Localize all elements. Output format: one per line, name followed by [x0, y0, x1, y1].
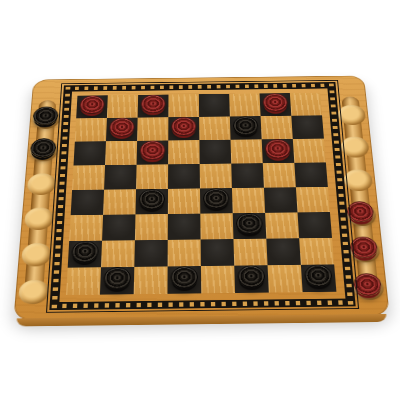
board-cell-c7[interactable]: [134, 240, 167, 267]
board-cell-g8[interactable]: [268, 265, 303, 293]
checker-black[interactable]: [171, 266, 198, 288]
checker-black[interactable]: [233, 116, 259, 135]
board-cell-d1[interactable]: [168, 94, 199, 117]
board-cell-g4[interactable]: [263, 163, 296, 188]
board-cell-b3[interactable]: [105, 141, 137, 165]
board-cell-b6[interactable]: [102, 214, 135, 240]
board-cell-f7[interactable]: [233, 239, 267, 266]
board-cell-c2[interactable]: [137, 117, 168, 141]
checker-black[interactable]: [139, 189, 165, 210]
board-cell-g6[interactable]: [265, 212, 299, 238]
board-cell-f6[interactable]: [233, 213, 267, 239]
board-cell-e2[interactable]: [199, 116, 230, 140]
board-cell-d8[interactable]: [167, 266, 201, 294]
checker-red[interactable]: [109, 118, 135, 137]
left-tray-slot-4: [24, 207, 54, 230]
board-cell-c6[interactable]: [135, 214, 168, 240]
board-cell-e7[interactable]: [201, 239, 235, 266]
board-cell-a6[interactable]: [69, 215, 103, 241]
board-cell-h7[interactable]: [299, 238, 334, 265]
photo-background: [0, 0, 400, 400]
board-cell-g7[interactable]: [266, 238, 301, 265]
board-cell-h8[interactable]: [301, 264, 337, 292]
board-cell-a5[interactable]: [71, 190, 104, 216]
checker-red[interactable]: [140, 141, 166, 161]
board-cell-b8[interactable]: [100, 267, 134, 295]
board-cell-d5[interactable]: [168, 188, 200, 214]
board-cell-e3[interactable]: [199, 140, 231, 164]
board-cell-c4[interactable]: [136, 164, 168, 189]
board-cell-b7[interactable]: [101, 240, 135, 267]
board-cell-a2[interactable]: [75, 118, 107, 142]
checker-red[interactable]: [141, 95, 166, 114]
board-cell-d3[interactable]: [168, 140, 200, 164]
board-cell-c1[interactable]: [138, 95, 169, 118]
left-tray-slot-2: [29, 140, 58, 161]
board-cell-a3[interactable]: [73, 141, 105, 165]
board-cell-a4[interactable]: [72, 165, 105, 190]
checker-red[interactable]: [171, 117, 196, 136]
checker-black[interactable]: [304, 264, 333, 286]
checker-black[interactable]: [32, 106, 58, 125]
board-cell-f2[interactable]: [230, 116, 262, 140]
board-cell-g1[interactable]: [260, 93, 292, 116]
checker-black[interactable]: [71, 241, 99, 263]
board-cell-d6[interactable]: [168, 214, 201, 240]
board-cell-g5[interactable]: [264, 187, 298, 213]
board-cell-b1[interactable]: [107, 95, 138, 118]
board-cell-h6[interactable]: [298, 212, 333, 238]
board-cell-f1[interactable]: [229, 93, 260, 116]
board-cell-d2[interactable]: [168, 117, 199, 141]
board-cell-g2[interactable]: [261, 116, 293, 140]
board-cell-f5[interactable]: [232, 188, 265, 214]
board-cell-e5[interactable]: [200, 188, 233, 214]
board-cell-b5[interactable]: [103, 189, 136, 215]
board-cell-f8[interactable]: [234, 265, 269, 293]
board-cell-d7[interactable]: [168, 239, 201, 266]
board-grid: [66, 93, 336, 295]
checker-red[interactable]: [262, 93, 288, 112]
board-cell-a8[interactable]: [66, 267, 101, 295]
board-cell-b4[interactable]: [104, 165, 137, 190]
border-ribbon-top: [64, 82, 336, 92]
checker-black[interactable]: [203, 188, 230, 209]
board-cell-c5[interactable]: [135, 189, 168, 215]
left-tray-slot-5: [21, 243, 52, 267]
board-cell-d4[interactable]: [168, 164, 200, 189]
checkers-board: [13, 76, 389, 321]
border-ribbon-bottom: [49, 298, 355, 310]
left-tray-slot-3: [27, 173, 56, 195]
board-cell-c8[interactable]: [134, 266, 168, 294]
board-cell-f3[interactable]: [231, 139, 263, 163]
board-cell-f4[interactable]: [231, 163, 264, 188]
left-tray-slot-1: [32, 109, 60, 129]
board-cell-a1[interactable]: [76, 95, 108, 118]
checker-red[interactable]: [265, 139, 292, 159]
checker-black[interactable]: [103, 267, 131, 289]
board-cell-c3[interactable]: [137, 140, 169, 164]
board-cell-h1[interactable]: [290, 93, 322, 116]
checker-black[interactable]: [236, 213, 263, 234]
checker-red[interactable]: [79, 95, 105, 114]
board-cell-e1[interactable]: [199, 94, 230, 117]
board-cell-e8[interactable]: [201, 266, 235, 294]
checker-black[interactable]: [30, 138, 57, 158]
board-cell-h5[interactable]: [296, 187, 330, 213]
checker-black[interactable]: [237, 265, 265, 287]
board-cell-b2[interactable]: [106, 118, 138, 142]
board-cell-e4[interactable]: [200, 164, 232, 189]
board-cell-g3[interactable]: [262, 139, 295, 163]
board-cell-h2[interactable]: [291, 115, 324, 139]
board-cell-a7[interactable]: [68, 241, 102, 268]
board-cell-h3[interactable]: [293, 139, 326, 163]
board-cell-e6[interactable]: [200, 213, 233, 239]
board-cell-h4[interactable]: [294, 162, 328, 187]
